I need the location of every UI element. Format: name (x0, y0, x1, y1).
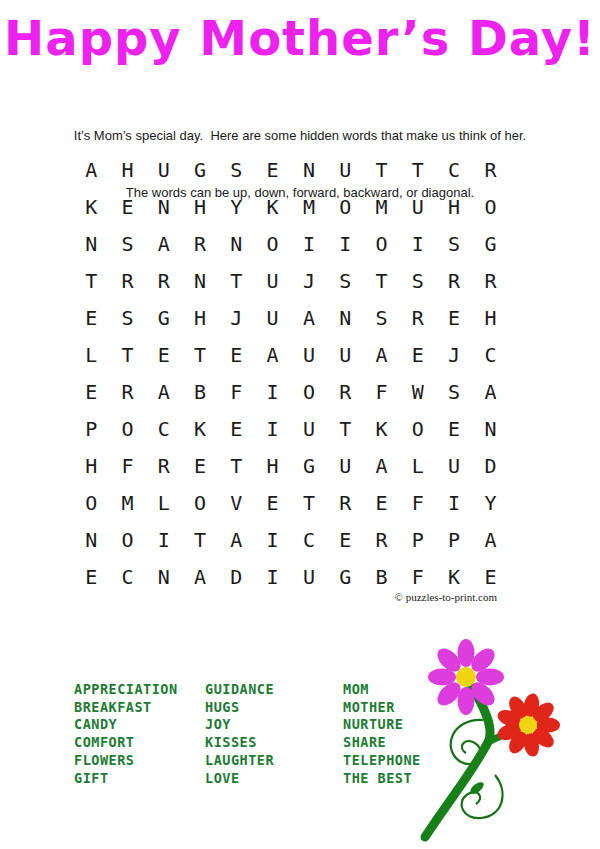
grid-cell-r7c3[interactable]: A (146, 373, 182, 410)
grid-cell-r3c10[interactable]: I (400, 225, 436, 262)
grid-cell-r1c10[interactable]: T (400, 151, 436, 188)
grid-cell-r7c5[interactable]: F (218, 373, 254, 410)
pink-flower-icon (428, 639, 504, 715)
grid-cell-r7c10[interactable]: W (400, 373, 436, 410)
grid-cell-r7c6[interactable]: I (254, 373, 290, 410)
grid-cell-r10c2[interactable]: M (109, 484, 145, 521)
grid-cell-r4c8[interactable]: S (327, 262, 363, 299)
flower-illustration (413, 630, 585, 849)
grid-cell-r5c6[interactable]: U (254, 299, 290, 336)
grid-cell-r9c11[interactable]: U (436, 447, 472, 484)
grid-cell-r7c9[interactable]: F (363, 373, 399, 410)
grid-cell-r3c2[interactable]: S (109, 225, 145, 262)
word-item: LOVE (205, 770, 274, 788)
word-item: APPRECIATION (74, 681, 178, 699)
grid-cell-r4c2[interactable]: R (109, 262, 145, 299)
grid-cell-r1c11[interactable]: C (436, 151, 472, 188)
grid-cell-r7c11[interactable]: S (436, 373, 472, 410)
grid-cell-r4c12[interactable]: R (472, 262, 508, 299)
grid-cell-r6c10[interactable]: E (400, 336, 436, 373)
grid-cell-r6c6[interactable]: A (254, 336, 290, 373)
grid-cell-r11c3[interactable]: I (146, 521, 182, 558)
grid-cell-r9c7[interactable]: G (291, 447, 327, 484)
grid-cell-r11c6[interactable]: I (254, 521, 290, 558)
grid-cell-r7c7[interactable]: O (291, 373, 327, 410)
grid-cell-r5c12[interactable]: H (472, 299, 508, 336)
word-column: GUIDANCEHUGSJOYKISSESLAUGHTERLOVE (205, 681, 274, 787)
grid-cell-r2c7[interactable]: M (291, 188, 327, 225)
word-item: SHARE (343, 734, 421, 752)
grid-cell-r4c4[interactable]: N (182, 262, 218, 299)
grid-cell-r1c9[interactable]: T (363, 151, 399, 188)
grid-cell-r5c5[interactable]: J (218, 299, 254, 336)
grid-cell-r10c9[interactable]: E (363, 484, 399, 521)
grid-cell-r8c3[interactable]: C (146, 410, 182, 447)
grid-cell-r12c11[interactable]: K (436, 558, 472, 595)
stem-icon (425, 686, 525, 837)
grid-cell-r2c6[interactable]: K (254, 188, 290, 225)
grid-cell-r5c1[interactable]: E (73, 299, 109, 336)
grid-cell-r4c7[interactable]: J (291, 262, 327, 299)
grid-cell-r8c12[interactable]: N (472, 410, 508, 447)
grid-cell-r3c1[interactable]: N (73, 225, 109, 262)
grid-cell-r5c2[interactable]: S (109, 299, 145, 336)
grid-cell-r10c8[interactable]: R (327, 484, 363, 521)
grid-cell-r5c3[interactable]: G (146, 299, 182, 336)
grid-cell-r2c10[interactable]: U (400, 188, 436, 225)
grid-cell-r4c3[interactable]: R (146, 262, 182, 299)
grid-cell-r5c10[interactable]: R (400, 299, 436, 336)
grid-cell-r8c8[interactable]: T (327, 410, 363, 447)
grid-cell-r10c5[interactable]: V (218, 484, 254, 521)
grid-cell-r9c1[interactable]: H (73, 447, 109, 484)
grid-cell-r2c9[interactable]: M (363, 188, 399, 225)
grid-cell-r3c9[interactable]: O (363, 225, 399, 262)
word-item: GUIDANCE (205, 681, 274, 699)
grid-cell-r4c1[interactable]: T (73, 262, 109, 299)
grid-cell-r8c5[interactable]: E (218, 410, 254, 447)
grid-cell-r11c12[interactable]: A (472, 521, 508, 558)
grid-cell-r3c12[interactable]: G (472, 225, 508, 262)
word-item: MOM (343, 681, 421, 699)
grid-cell-r12c8[interactable]: G (327, 558, 363, 595)
grid-cell-r9c10[interactable]: L (400, 447, 436, 484)
word-item: TELEPHONE (343, 752, 421, 770)
grid-cell-r12c4[interactable]: A (182, 558, 218, 595)
grid-cell-r1c6[interactable]: E (254, 151, 290, 188)
grid-cell-r1c4[interactable]: G (182, 151, 218, 188)
word-item: THE BEST (343, 770, 421, 788)
grid-cell-r11c5[interactable]: A (218, 521, 254, 558)
grid-cell-r2c1[interactable]: K (73, 188, 109, 225)
grid-cell-r12c2[interactable]: C (109, 558, 145, 595)
grid-cell-r7c4[interactable]: B (182, 373, 218, 410)
grid-cell-r2c12[interactable]: O (472, 188, 508, 225)
grid-cell-r6c7[interactable]: U (291, 336, 327, 373)
grid-cell-r11c1[interactable]: N (73, 521, 109, 558)
word-item: HUGS (205, 699, 274, 717)
grid-cell-r4c10[interactable]: S (400, 262, 436, 299)
grid-cell-r7c12[interactable]: A (472, 373, 508, 410)
word-item: MOTHER (343, 699, 421, 717)
grid-cell-r7c2[interactable]: R (109, 373, 145, 410)
grid-cell-r2c2[interactable]: E (109, 188, 145, 225)
grid-cell-r8c4[interactable]: K (182, 410, 218, 447)
word-item: CANDY (74, 716, 178, 734)
grid-cell-r9c3[interactable]: R (146, 447, 182, 484)
grid-cell-r11c9[interactable]: R (363, 521, 399, 558)
grid-cell-r1c8[interactable]: U (327, 151, 363, 188)
grid-cell-r10c10[interactable]: F (400, 484, 436, 521)
grid-cell-r3c6[interactable]: O (254, 225, 290, 262)
grid-cell-r12c1[interactable]: E (73, 558, 109, 595)
grid-cell-r9c2[interactable]: F (109, 447, 145, 484)
grid-cell-r6c8[interactable]: U (327, 336, 363, 373)
page: Happy Mother’s Day! It’s Mom’s special d… (0, 0, 600, 849)
grid-cell-r10c3[interactable]: L (146, 484, 182, 521)
grid-cell-r9c9[interactable]: A (363, 447, 399, 484)
grid-cell-r10c12[interactable]: Y (472, 484, 508, 521)
grid-cell-r8c11[interactable]: E (436, 410, 472, 447)
grid-cell-r4c11[interactable]: R (436, 262, 472, 299)
grid-cell-r11c11[interactable]: P (436, 521, 472, 558)
grid-cell-r2c11[interactable]: H (436, 188, 472, 225)
grid-cell-r2c3[interactable]: N (146, 188, 182, 225)
grid-cell-r6c11[interactable]: J (436, 336, 472, 373)
grid-cell-r12c6[interactable]: I (254, 558, 290, 595)
word-item: COMFORT (74, 734, 178, 752)
grid-cell-r12c7[interactable]: U (291, 558, 327, 595)
word-item: NURTURE (343, 716, 421, 734)
grid-cell-r11c4[interactable]: T (182, 521, 218, 558)
grid-cell-r8c7[interactable]: U (291, 410, 327, 447)
grid-cell-r6c4[interactable]: T (182, 336, 218, 373)
grid-cell-r6c3[interactable]: E (146, 336, 182, 373)
grid-cell-r11c10[interactable]: P (400, 521, 436, 558)
grid-cell-r10c11[interactable]: I (436, 484, 472, 521)
grid-cell-r12c5[interactable]: D (218, 558, 254, 595)
flower-svg (413, 630, 585, 849)
instructions-line-1: It’s Mom’s special day. Here are some hi… (0, 126, 600, 145)
grid-cell-r4c6[interactable]: U (254, 262, 290, 299)
grid-cell-r2c4[interactable]: H (182, 188, 218, 225)
word-column: APPRECIATIONBREAKFASTCANDYCOMFORTFLOWERS… (74, 681, 178, 787)
grid-cell-r2c8[interactable]: O (327, 188, 363, 225)
word-item: GIFT (74, 770, 178, 788)
grid-cell-r3c3[interactable]: A (146, 225, 182, 262)
grid-cell-r6c1[interactable]: L (73, 336, 109, 373)
copyright-text: © puzzles-to-print.com (395, 591, 497, 603)
grid-cell-r8c2[interactable]: O (109, 410, 145, 447)
grid-cell-r5c7[interactable]: A (291, 299, 327, 336)
grid-cell-r1c12[interactable]: R (472, 151, 508, 188)
grid-cell-r6c2[interactable]: T (109, 336, 145, 373)
grid-cell-r8c1[interactable]: P (73, 410, 109, 447)
grid-cell-r3c7[interactable]: I (291, 225, 327, 262)
grid-cell-r1c1[interactable]: A (73, 151, 109, 188)
grid-cell-r7c1[interactable]: E (73, 373, 109, 410)
grid-cell-r5c4[interactable]: H (182, 299, 218, 336)
word-search-grid: AHUGSENUTTCRKENHYKMOMUHONSARNOIIOISGTRRN… (73, 151, 509, 595)
grid-cell-r11c8[interactable]: E (327, 521, 363, 558)
grid-cell-r4c5[interactable]: T (218, 262, 254, 299)
grid-cell-r2c5[interactable]: Y (218, 188, 254, 225)
grid-cell-r3c11[interactable]: S (436, 225, 472, 262)
grid-cell-r11c7[interactable]: C (291, 521, 327, 558)
grid-cell-r7c8[interactable]: R (327, 373, 363, 410)
grid-cell-r12c10[interactable]: F (400, 558, 436, 595)
word-item: LAUGHTER (205, 752, 274, 770)
grid-cell-r10c6[interactable]: E (254, 484, 290, 521)
grid-cell-r3c4[interactable]: R (182, 225, 218, 262)
grid-cell-r9c5[interactable]: T (218, 447, 254, 484)
grid-cell-r10c1[interactable]: O (73, 484, 109, 521)
grid-cell-r1c7[interactable]: N (291, 151, 327, 188)
grid-cell-r9c12[interactable]: D (472, 447, 508, 484)
grid-cell-r5c8[interactable]: N (327, 299, 363, 336)
grid-cell-r9c4[interactable]: E (182, 447, 218, 484)
grid-cell-r3c5[interactable]: N (218, 225, 254, 262)
grid-cell-r6c5[interactable]: E (218, 336, 254, 373)
grid-cell-r1c5[interactable]: S (218, 151, 254, 188)
grid-cell-r12c3[interactable]: N (146, 558, 182, 595)
grid-cell-r12c12[interactable]: E (472, 558, 508, 595)
word-column: MOMMOTHERNURTURESHARETELEPHONETHE BEST (343, 681, 421, 787)
grid-cell-r1c2[interactable]: H (109, 151, 145, 188)
grid-cell-r6c9[interactable]: A (363, 336, 399, 373)
page-title: Happy Mother’s Day! (0, 10, 600, 66)
grid-cell-r9c8[interactable]: U (327, 447, 363, 484)
grid-cell-r8c6[interactable]: I (254, 410, 290, 447)
grid-cell-r10c4[interactable]: O (182, 484, 218, 521)
word-item: BREAKFAST (74, 699, 178, 717)
grid-cell-r9c6[interactable]: H (254, 447, 290, 484)
grid-cell-r11c2[interactable]: O (109, 521, 145, 558)
grid-cell-r12c9[interactable]: B (363, 558, 399, 595)
grid-cell-r8c10[interactable]: O (400, 410, 436, 447)
grid-cell-r4c9[interactable]: T (363, 262, 399, 299)
grid-cell-r10c7[interactable]: T (291, 484, 327, 521)
grid-cell-r1c3[interactable]: U (146, 151, 182, 188)
word-item: FLOWERS (74, 752, 178, 770)
red-flower-icon (495, 692, 560, 758)
grid-cell-r5c11[interactable]: E (436, 299, 472, 336)
grid-cell-r8c9[interactable]: K (363, 410, 399, 447)
grid-cell-r3c8[interactable]: I (327, 225, 363, 262)
grid-cell-r6c12[interactable]: C (472, 336, 508, 373)
grid-cell-r5c9[interactable]: S (363, 299, 399, 336)
word-item: KISSES (205, 734, 274, 752)
word-item: JOY (205, 716, 274, 734)
